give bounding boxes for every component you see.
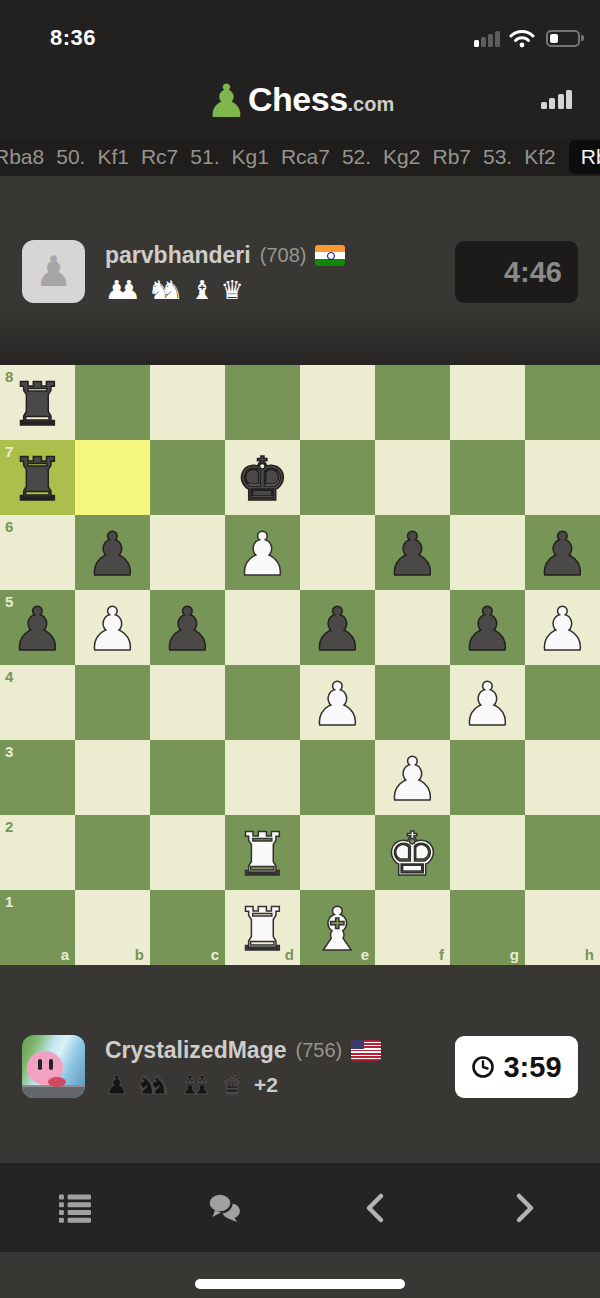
bottom-clock-time: 3:59 bbox=[503, 1051, 561, 1084]
square-b7[interactable] bbox=[75, 440, 150, 515]
square-f1[interactable]: f bbox=[375, 890, 450, 965]
square-b4[interactable] bbox=[75, 665, 150, 740]
square-h2[interactable] bbox=[525, 815, 600, 890]
square-g8[interactable] bbox=[450, 365, 525, 440]
bottom-player-rating: (756) bbox=[296, 1039, 343, 1062]
usa-flag-icon bbox=[351, 1040, 381, 1061]
black-pawn-e5[interactable]: ♟ bbox=[300, 590, 375, 665]
square-g7[interactable] bbox=[450, 440, 525, 515]
chat-icon bbox=[207, 1193, 243, 1223]
file-label-b: b bbox=[135, 946, 144, 963]
pawn-avatar-icon: ♟ bbox=[35, 251, 73, 293]
square-e4[interactable]: ♟ bbox=[300, 665, 375, 740]
square-f7[interactable] bbox=[375, 440, 450, 515]
file-label-a: a bbox=[61, 946, 69, 963]
rank-label-6: 6 bbox=[5, 518, 13, 535]
back-button[interactable] bbox=[300, 1163, 450, 1252]
india-flag-icon bbox=[315, 245, 345, 266]
move-token[interactable]: Kg2 bbox=[383, 145, 420, 169]
square-h3[interactable] bbox=[525, 740, 600, 815]
square-d3[interactable] bbox=[225, 740, 300, 815]
square-d2[interactable]: ♜ bbox=[225, 815, 300, 890]
black-pawn-c5[interactable]: ♟ bbox=[150, 590, 225, 665]
move-token[interactable]: 52. bbox=[342, 145, 371, 169]
square-f6[interactable]: ♟ bbox=[375, 515, 450, 590]
bottom-player-name: CrystalizedMage bbox=[105, 1037, 287, 1064]
captured-queen: ♛ bbox=[221, 277, 244, 303]
square-f8[interactable] bbox=[375, 365, 450, 440]
bottom-player-section: CrystalizedMage (756) ♟♞♞♝♝♛+2 3:59 bbox=[0, 965, 600, 1163]
file-label-c: c bbox=[211, 946, 219, 963]
move-token[interactable]: Rba8 bbox=[0, 145, 44, 169]
white-pawn-f3[interactable]: ♟ bbox=[375, 740, 450, 815]
file-label-h: h bbox=[585, 946, 594, 963]
rank-label-5: 5 bbox=[5, 593, 13, 610]
moves-list-button[interactable] bbox=[0, 1163, 150, 1252]
square-c1[interactable]: c bbox=[150, 890, 225, 965]
white-pawn-h5[interactable]: ♟ bbox=[525, 590, 600, 665]
square-h8[interactable] bbox=[525, 365, 600, 440]
captured-bishop-bishop: ♝♝ bbox=[178, 1072, 214, 1098]
white-rook-d2[interactable]: ♜ bbox=[225, 815, 300, 890]
move-token[interactable]: Rc7 bbox=[141, 145, 178, 169]
chevron-right-icon bbox=[514, 1192, 536, 1224]
move-token[interactable]: 53. bbox=[483, 145, 512, 169]
moves-list-icon bbox=[59, 1193, 91, 1223]
top-player-rating: (708) bbox=[260, 244, 307, 267]
rank-label-8: 8 bbox=[5, 368, 13, 385]
black-pawn-g5[interactable]: ♟ bbox=[450, 590, 525, 665]
status-bar: 8:36 bbox=[0, 0, 600, 60]
captured-queen: ♛ bbox=[221, 1072, 244, 1098]
square-d1[interactable]: d♜ bbox=[225, 890, 300, 965]
white-pawn-e4[interactable]: ♟ bbox=[300, 665, 375, 740]
square-d5[interactable] bbox=[225, 590, 300, 665]
square-d4[interactable] bbox=[225, 665, 300, 740]
move-token[interactable]: Rb7 bbox=[432, 145, 471, 169]
white-pawn-d6[interactable]: ♟ bbox=[225, 515, 300, 590]
move-token[interactable]: 50. bbox=[56, 145, 85, 169]
bottom-player-avatar[interactable] bbox=[22, 1035, 85, 1098]
square-f4[interactable] bbox=[375, 665, 450, 740]
square-b8[interactable] bbox=[75, 365, 150, 440]
logo-text: Chess bbox=[248, 80, 348, 119]
app-header: 8:36 ♟ Chess .com bbox=[0, 0, 600, 138]
square-e6[interactable] bbox=[300, 515, 375, 590]
bottom-nav-bar bbox=[0, 1163, 600, 1252]
rank-label-7: 7 bbox=[5, 443, 13, 460]
captured-pawn-pawn: ♟♟ bbox=[105, 277, 141, 303]
captured-pawn: ♟ bbox=[105, 1072, 128, 1098]
square-f5[interactable] bbox=[375, 590, 450, 665]
chess-app-screen: { "app": { "name": "Chess.com" }, "statu… bbox=[0, 0, 600, 1298]
square-b6[interactable]: ♟ bbox=[75, 515, 150, 590]
square-e1[interactable]: e♝ bbox=[300, 890, 375, 965]
bottom-safe-area bbox=[0, 1252, 600, 1298]
square-g5[interactable]: ♟ bbox=[450, 590, 525, 665]
square-g2[interactable] bbox=[450, 815, 525, 890]
top-player-avatar[interactable]: ♟ bbox=[22, 240, 85, 303]
battery-icon bbox=[546, 30, 580, 47]
square-a6[interactable]: 6 bbox=[0, 515, 75, 590]
square-d6[interactable]: ♟ bbox=[225, 515, 300, 590]
square-a8[interactable]: 8♜ bbox=[0, 365, 75, 440]
top-player-section: ♟ parvbhanderi (708) ♟♟♞♞♝♛ 4:46 bbox=[0, 176, 600, 365]
status-icons bbox=[474, 29, 580, 48]
bottom-player-clock: 3:59 bbox=[455, 1036, 578, 1098]
chevron-left-icon bbox=[364, 1192, 386, 1224]
square-h5[interactable]: ♟ bbox=[525, 590, 600, 665]
square-e5[interactable]: ♟ bbox=[300, 590, 375, 665]
home-indicator[interactable] bbox=[195, 1279, 405, 1289]
connection-strength-icon bbox=[541, 89, 573, 109]
square-e2[interactable] bbox=[300, 815, 375, 890]
square-c3[interactable] bbox=[150, 740, 225, 815]
square-a4[interactable]: 4 bbox=[0, 665, 75, 740]
move-token[interactable]: Kf2 bbox=[524, 145, 556, 169]
square-b3[interactable] bbox=[75, 740, 150, 815]
square-c4[interactable] bbox=[150, 665, 225, 740]
square-a2[interactable]: 2 bbox=[0, 815, 75, 890]
square-c6[interactable] bbox=[150, 515, 225, 590]
chess-board[interactable]: 8♜7♜♚6♟♟♟♟5♟♟♟♟♟♟4♟♟3♟2♜♚1abcd♜e♝fgh bbox=[0, 365, 600, 965]
black-pawn-f6[interactable]: ♟ bbox=[375, 515, 450, 590]
square-c7[interactable] bbox=[150, 440, 225, 515]
square-a3[interactable]: 3 bbox=[0, 740, 75, 815]
status-time: 8:36 bbox=[50, 25, 96, 51]
clock-icon bbox=[471, 1055, 495, 1079]
current-move[interactable]: Rba7 bbox=[569, 140, 600, 174]
black-king-d7[interactable]: ♚ bbox=[225, 440, 300, 515]
black-pawn-h6[interactable]: ♟ bbox=[525, 515, 600, 590]
square-b2[interactable] bbox=[75, 815, 150, 890]
square-h4[interactable] bbox=[525, 665, 600, 740]
move-token[interactable]: Kg1 bbox=[232, 145, 269, 169]
file-label-e: e bbox=[361, 946, 369, 963]
white-king-f2[interactable]: ♚ bbox=[375, 815, 450, 890]
forward-button[interactable] bbox=[450, 1163, 600, 1252]
top-player-clock: 4:46 bbox=[455, 241, 578, 303]
square-c8[interactable] bbox=[150, 365, 225, 440]
square-g3[interactable] bbox=[450, 740, 525, 815]
white-pawn-g4[interactable]: ♟ bbox=[450, 665, 525, 740]
file-label-g: g bbox=[510, 946, 519, 963]
square-f3[interactable]: ♟ bbox=[375, 740, 450, 815]
captured-knight-knight: ♞♞ bbox=[148, 277, 184, 303]
square-a1[interactable]: 1a bbox=[0, 890, 75, 965]
square-c5[interactable]: ♟ bbox=[150, 590, 225, 665]
square-a7[interactable]: 7♜ bbox=[0, 440, 75, 515]
square-a5[interactable]: 5♟ bbox=[0, 590, 75, 665]
logo-suffix: .com bbox=[348, 93, 395, 116]
move-token[interactable]: Kf1 bbox=[97, 145, 129, 169]
square-c2[interactable] bbox=[150, 815, 225, 890]
file-label-f: f bbox=[439, 946, 444, 963]
rank-label-1: 1 bbox=[5, 893, 13, 910]
square-e7[interactable] bbox=[300, 440, 375, 515]
rank-label-4: 4 bbox=[5, 668, 13, 685]
square-h7[interactable] bbox=[525, 440, 600, 515]
square-b5[interactable]: ♟ bbox=[75, 590, 150, 665]
rank-label-2: 2 bbox=[5, 818, 13, 835]
square-b1[interactable]: b bbox=[75, 890, 150, 965]
bottom-player-row: CrystalizedMage (756) ♟♞♞♝♝♛+2 3:59 bbox=[22, 1035, 578, 1098]
captured-bishop: ♝ bbox=[190, 277, 213, 303]
cellular-signal-icon bbox=[474, 30, 500, 47]
bottom-player-info: CrystalizedMage (756) ♟♞♞♝♝♛+2 bbox=[105, 1035, 381, 1098]
move-token[interactable]: Rca7 bbox=[281, 145, 330, 169]
top-player-info: parvbhanderi (708) ♟♟♞♞♝♛ bbox=[105, 240, 345, 303]
move-list[interactable]: Rba850.Kf1Rc751.Kg1Rca752.Kg2Rb753.Kf2Rb… bbox=[0, 138, 600, 176]
square-h6[interactable]: ♟ bbox=[525, 515, 600, 590]
captured-knight-knight: ♞♞ bbox=[135, 1072, 171, 1098]
square-h1[interactable]: h bbox=[525, 890, 600, 965]
square-d7[interactable]: ♚ bbox=[225, 440, 300, 515]
square-g6[interactable] bbox=[450, 515, 525, 590]
square-d8[interactable] bbox=[225, 365, 300, 440]
move-token[interactable]: 51. bbox=[190, 145, 219, 169]
rank-label-3: 3 bbox=[5, 743, 13, 760]
top-player-name: parvbhanderi bbox=[105, 242, 251, 269]
material-advantage: +2 bbox=[254, 1073, 278, 1097]
bottom-captured-pieces: ♟♞♞♝♝♛+2 bbox=[105, 1070, 381, 1100]
chesscom-logo: ♟ Chess .com bbox=[206, 80, 395, 119]
black-pawn-b6[interactable]: ♟ bbox=[75, 515, 150, 590]
square-e8[interactable] bbox=[300, 365, 375, 440]
chat-button[interactable] bbox=[150, 1163, 300, 1252]
top-clock-time: 4:46 bbox=[504, 256, 562, 289]
logo-row: ♟ Chess .com bbox=[0, 60, 600, 138]
wifi-icon bbox=[509, 29, 535, 48]
file-label-d: d bbox=[285, 946, 294, 963]
square-f2[interactable]: ♚ bbox=[375, 815, 450, 890]
top-player-row: ♟ parvbhanderi (708) ♟♟♞♞♝♛ 4:46 bbox=[22, 240, 578, 303]
square-e3[interactable] bbox=[300, 740, 375, 815]
square-g1[interactable]: g bbox=[450, 890, 525, 965]
white-pawn-b5[interactable]: ♟ bbox=[75, 590, 150, 665]
square-g4[interactable]: ♟ bbox=[450, 665, 525, 740]
top-captured-pieces: ♟♟♞♞♝♛ bbox=[105, 275, 345, 305]
